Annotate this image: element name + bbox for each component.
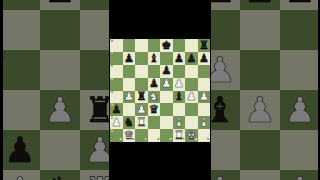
file-label-c: c — [145, 138, 147, 141]
square-g3[interactable] — [185, 103, 198, 116]
file-label-b: b — [132, 138, 134, 141]
square-f8[interactable] — [173, 39, 186, 52]
white-pawn-e5[interactable]: ♟ — [161, 78, 171, 89]
white-pawn-c3[interactable]: ♟ — [136, 104, 146, 115]
rank-label-1: 1 — [111, 130, 113, 133]
square-c1[interactable]: c — [135, 129, 148, 142]
white-bishop-f2[interactable]: ♝ — [174, 117, 184, 128]
square-a7[interactable]: 7 — [110, 52, 123, 65]
square-g1[interactable]: ♚g — [185, 129, 198, 142]
rank-label-8: 8 — [111, 40, 113, 43]
black-pawn-f7[interactable]: ♟ — [174, 53, 184, 64]
white-bishop-h2[interactable]: ♝ — [199, 117, 209, 128]
file-label-e: e — [170, 138, 172, 141]
square-c7[interactable] — [135, 52, 148, 65]
rank-label-6: 6 — [111, 65, 113, 68]
rank-label-7: 7 — [111, 52, 113, 55]
square-b7[interactable]: ♟ — [123, 52, 136, 65]
square-b6[interactable] — [123, 65, 136, 78]
black-king-e8[interactable]: ♚ — [161, 40, 171, 51]
black-bishop-f4[interactable]: ♝ — [174, 91, 184, 102]
square-h4[interactable]: ♟ — [198, 91, 211, 104]
file-label-g: g — [194, 138, 196, 141]
white-pawn-g4[interactable]: ♟ — [186, 91, 196, 102]
rank-label-3: 3 — [111, 104, 113, 107]
square-g4[interactable]: ♟ — [185, 91, 198, 104]
square-d7[interactable]: ♝ — [148, 52, 161, 65]
square-d1[interactable]: d — [148, 129, 161, 142]
square-e5[interactable]: ♟ — [160, 78, 173, 91]
black-rook-h8[interactable]: ♜ — [199, 40, 209, 51]
rank-label-2: 2 — [111, 117, 113, 120]
square-h8[interactable]: ♜ — [198, 39, 211, 52]
square-e1[interactable]: e — [160, 129, 173, 142]
black-pawn-h7[interactable]: ♟ — [199, 53, 209, 64]
square-h6[interactable] — [198, 65, 211, 78]
black-knight-b2[interactable]: ♞ — [124, 117, 134, 128]
square-a2[interactable]: ♟2 — [110, 116, 123, 129]
square-b8[interactable] — [123, 39, 136, 52]
square-g8[interactable] — [185, 39, 198, 52]
white-pawn-h4[interactable]: ♟ — [199, 91, 209, 102]
square-h2[interactable]: ♝ — [198, 116, 211, 129]
square-b1[interactable]: ♛b — [123, 129, 136, 142]
square-c6[interactable] — [135, 65, 148, 78]
square-f7[interactable]: ♟ — [173, 52, 186, 65]
square-h1[interactable]: h — [198, 129, 211, 142]
file-label-a: a — [120, 138, 122, 141]
square-c2[interactable]: ♜ — [135, 116, 148, 129]
square-h7[interactable]: ♟ — [198, 52, 211, 65]
white-knight-d4[interactable]: ♞ — [149, 91, 159, 102]
black-queen-d3[interactable]: ♛ — [149, 104, 159, 115]
letterbox-bar-left — [0, 0, 3, 180]
square-g6[interactable] — [185, 65, 198, 78]
square-a1[interactable]: 1a — [110, 129, 123, 142]
black-rook-c4[interactable]: ♜ — [136, 91, 146, 102]
rank-label-5: 5 — [111, 78, 113, 81]
white-rook-c2[interactable]: ♜ — [136, 117, 146, 128]
square-e3[interactable] — [160, 103, 173, 116]
square-a6[interactable]: 6 — [110, 65, 123, 78]
square-g7[interactable]: ♟ — [185, 52, 198, 65]
chess-board: 8♚♜7♟♝♟♟♟6♟5♟♟♟4♟♜♞♝♟♟♟3♟♛♟2♞♜♝♝1a♛bcde♜… — [110, 39, 210, 142]
square-f4[interactable]: ♝ — [173, 91, 186, 104]
square-b4[interactable]: ♟ — [123, 91, 136, 104]
square-d2[interactable] — [148, 116, 161, 129]
video-frame: ♚♜♟♝♟♟♟6♟5♟♟♟4♟♜♞♝♟♟♟3♟♛♟2♞♜♝♝♛♜♚ 8♚♜7♟♝… — [0, 0, 320, 180]
square-d8[interactable] — [148, 39, 161, 52]
square-d3[interactable]: ♛ — [148, 103, 161, 116]
square-c8[interactable] — [135, 39, 148, 52]
square-e4[interactable] — [160, 91, 173, 104]
square-a5[interactable]: 5 — [110, 78, 123, 91]
black-pawn-b7[interactable]: ♟ — [124, 53, 134, 64]
square-f1[interactable]: ♜f — [173, 129, 186, 142]
square-e2[interactable] — [160, 116, 173, 129]
black-pawn-g7[interactable]: ♟ — [186, 53, 196, 64]
rank-label-4: 4 — [111, 91, 113, 94]
square-e8[interactable]: ♚ — [160, 39, 173, 52]
square-a8[interactable]: 8 — [110, 39, 123, 52]
black-bishop-d7[interactable]: ♝ — [149, 53, 159, 64]
file-label-d: d — [157, 138, 159, 141]
file-label-h: h — [207, 138, 209, 141]
white-pawn-b4[interactable]: ♟ — [124, 91, 134, 102]
